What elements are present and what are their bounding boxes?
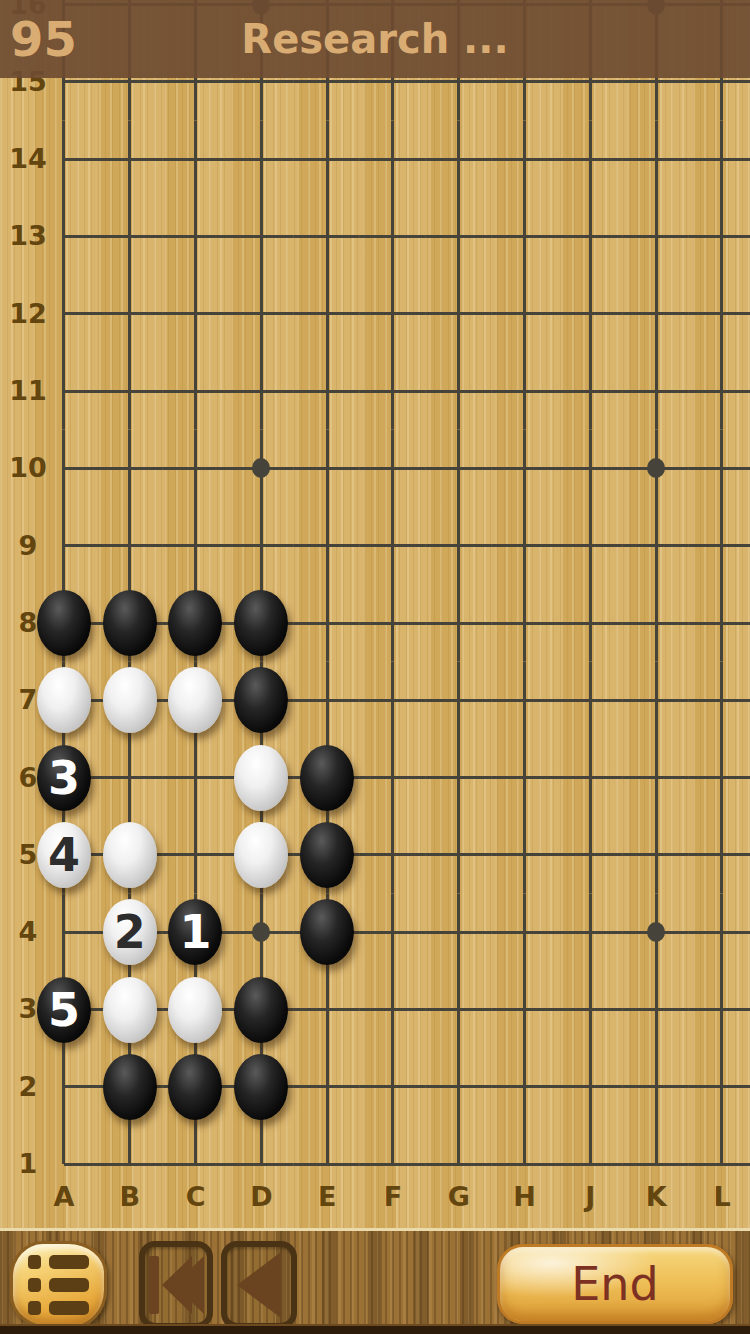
intersection-A8[interactable] xyxy=(31,584,97,661)
intersection-F8[interactable] xyxy=(360,584,426,661)
intersection-K13[interactable] xyxy=(623,198,689,275)
intersection-F10[interactable] xyxy=(360,430,426,507)
black-stone-D2 xyxy=(234,1054,288,1120)
intersection-A12[interactable] xyxy=(31,275,97,352)
black-stone-B8 xyxy=(103,590,157,656)
intersection-B9[interactable] xyxy=(97,507,163,584)
intersection-C2[interactable] xyxy=(163,1048,229,1125)
intersection-B1[interactable] xyxy=(97,1125,163,1202)
intersection-C3[interactable] xyxy=(163,971,229,1048)
intersection-C4[interactable]: 1 xyxy=(163,894,229,971)
intersection-D14[interactable] xyxy=(228,121,294,198)
white-stone-C7 xyxy=(168,667,222,733)
list-icon xyxy=(28,1255,89,1315)
black-stone-B2 xyxy=(103,1054,157,1120)
intersection-A11[interactable] xyxy=(31,352,97,429)
step-back-button[interactable] xyxy=(221,1241,297,1329)
intersection-A5[interactable]: 4 xyxy=(31,816,97,893)
intersection-H13[interactable] xyxy=(492,198,558,275)
intersection-F2[interactable] xyxy=(360,1048,426,1125)
intersection-D11[interactable] xyxy=(228,352,294,429)
intersection-K12[interactable] xyxy=(623,275,689,352)
intersection-J13[interactable] xyxy=(557,198,623,275)
intersection-L8[interactable] xyxy=(689,584,750,661)
intersection-C5[interactable] xyxy=(163,816,229,893)
intersection-L4[interactable] xyxy=(689,894,750,971)
intersection-J1[interactable] xyxy=(557,1125,623,1202)
intersection-L5[interactable] xyxy=(689,816,750,893)
intersection-K7[interactable] xyxy=(623,662,689,739)
intersection-F14[interactable] xyxy=(360,121,426,198)
intersection-D3[interactable] xyxy=(228,971,294,1048)
black-stone-E5 xyxy=(300,822,354,888)
intersection-G1[interactable] xyxy=(426,1125,492,1202)
problem-number: 95 xyxy=(10,0,77,78)
intersection-E6[interactable] xyxy=(294,739,360,816)
intersection-L3[interactable] xyxy=(689,971,750,1048)
intersection-J11[interactable] xyxy=(557,352,623,429)
intersection-C11[interactable] xyxy=(163,352,229,429)
intersection-F13[interactable] xyxy=(360,198,426,275)
intersection-J5[interactable] xyxy=(557,816,623,893)
intersection-K9[interactable] xyxy=(623,507,689,584)
intersection-E10[interactable] xyxy=(294,430,360,507)
intersection-D6[interactable] xyxy=(228,739,294,816)
black-stone-A6: 3 xyxy=(37,745,91,811)
intersection-E11[interactable] xyxy=(294,352,360,429)
intersection-L14[interactable] xyxy=(689,121,750,198)
black-stone-D7 xyxy=(234,667,288,733)
intersection-B3[interactable] xyxy=(97,971,163,1048)
intersection-L10[interactable] xyxy=(689,430,750,507)
intersection-G5[interactable] xyxy=(426,816,492,893)
end-button[interactable]: End xyxy=(497,1244,733,1324)
intersection-J3[interactable] xyxy=(557,971,623,1048)
intersection-E8[interactable] xyxy=(294,584,360,661)
intersection-H2[interactable] xyxy=(492,1048,558,1125)
intersection-D7[interactable] xyxy=(228,662,294,739)
intersection-A9[interactable] xyxy=(31,507,97,584)
intersection-A14[interactable] xyxy=(31,121,97,198)
intersection-D12[interactable] xyxy=(228,275,294,352)
page-title: Research ... xyxy=(241,16,508,62)
end-button-label: End xyxy=(571,1257,658,1311)
intersection-J10[interactable] xyxy=(557,430,623,507)
intersection-D2[interactable] xyxy=(228,1048,294,1125)
intersection-K11[interactable] xyxy=(623,352,689,429)
intersection-J14[interactable] xyxy=(557,121,623,198)
intersection-C8[interactable] xyxy=(163,584,229,661)
top-bar: 95 Research ... xyxy=(0,0,750,78)
intersection-F7[interactable] xyxy=(360,662,426,739)
intersection-L2[interactable] xyxy=(689,1048,750,1125)
intersection-G2[interactable] xyxy=(426,1048,492,1125)
intersection-H3[interactable] xyxy=(492,971,558,1048)
intersection-B8[interactable] xyxy=(97,584,163,661)
intersection-K1[interactable] xyxy=(623,1125,689,1202)
intersection-L12[interactable] xyxy=(689,275,750,352)
intersection-B5[interactable] xyxy=(97,816,163,893)
black-stone-C4: 1 xyxy=(168,899,222,965)
intersection-E1[interactable] xyxy=(294,1125,360,1202)
intersection-B14[interactable] xyxy=(97,121,163,198)
black-stone-A8 xyxy=(37,590,91,656)
black-stone-D3 xyxy=(234,977,288,1043)
intersection-H5[interactable] xyxy=(492,816,558,893)
intersection-G8[interactable] xyxy=(426,584,492,661)
step-back-icon xyxy=(237,1252,281,1318)
intersection-E5[interactable] xyxy=(294,816,360,893)
skip-to-start-button[interactable] xyxy=(139,1241,213,1329)
intersection-E2[interactable] xyxy=(294,1048,360,1125)
intersection-E13[interactable] xyxy=(294,198,360,275)
black-stone-E6 xyxy=(300,745,354,811)
intersection-B2[interactable] xyxy=(97,1048,163,1125)
intersection-H8[interactable] xyxy=(492,584,558,661)
black-stone-D8 xyxy=(234,590,288,656)
intersection-L1[interactable] xyxy=(689,1125,750,1202)
intersection-J4[interactable] xyxy=(557,894,623,971)
intersection-A1[interactable] xyxy=(31,1125,97,1202)
intersection-B13[interactable] xyxy=(97,198,163,275)
intersection-K5[interactable] xyxy=(623,816,689,893)
intersection-G7[interactable] xyxy=(426,662,492,739)
intersection-H6[interactable] xyxy=(492,739,558,816)
intersection-H11[interactable] xyxy=(492,352,558,429)
intersection-D4[interactable] xyxy=(228,894,294,971)
intersection-C9[interactable] xyxy=(163,507,229,584)
intersection-J7[interactable] xyxy=(557,662,623,739)
intersection-G3[interactable] xyxy=(426,971,492,1048)
skip-to-start-icon xyxy=(149,1256,204,1314)
go-board: 34215 xyxy=(31,0,750,1203)
intersection-A7[interactable] xyxy=(31,662,97,739)
intersection-C7[interactable] xyxy=(163,662,229,739)
intersection-F1[interactable] xyxy=(360,1125,426,1202)
intersection-F12[interactable] xyxy=(360,275,426,352)
intersection-H4[interactable] xyxy=(492,894,558,971)
intersection-F4[interactable] xyxy=(360,894,426,971)
intersection-B4[interactable]: 2 xyxy=(97,894,163,971)
menu-button[interactable] xyxy=(10,1241,107,1329)
white-stone-B7 xyxy=(103,667,157,733)
intersection-F5[interactable] xyxy=(360,816,426,893)
intersection-K8[interactable] xyxy=(623,584,689,661)
white-stone-D6 xyxy=(234,745,288,811)
intersection-F6[interactable] xyxy=(360,739,426,816)
intersection-C14[interactable] xyxy=(163,121,229,198)
intersection-K2[interactable] xyxy=(623,1048,689,1125)
intersection-L6[interactable] xyxy=(689,739,750,816)
intersection-H9[interactable] xyxy=(492,507,558,584)
intersection-L13[interactable] xyxy=(689,198,750,275)
intersection-B11[interactable] xyxy=(97,352,163,429)
intersection-G10[interactable] xyxy=(426,430,492,507)
intersection-A4[interactable] xyxy=(31,894,97,971)
intersection-G14[interactable] xyxy=(426,121,492,198)
intersection-G9[interactable] xyxy=(426,507,492,584)
intersection-D13[interactable] xyxy=(228,198,294,275)
white-stone-B5 xyxy=(103,822,157,888)
intersection-D8[interactable] xyxy=(228,584,294,661)
intersection-F11[interactable] xyxy=(360,352,426,429)
intersection-E3[interactable] xyxy=(294,971,360,1048)
intersection-G6[interactable] xyxy=(426,739,492,816)
intersection-G12[interactable] xyxy=(426,275,492,352)
black-stone-E4 xyxy=(300,899,354,965)
intersection-L11[interactable] xyxy=(689,352,750,429)
intersection-B7[interactable] xyxy=(97,662,163,739)
intersection-D10[interactable] xyxy=(228,430,294,507)
intersection-F3[interactable] xyxy=(360,971,426,1048)
intersection-C12[interactable] xyxy=(163,275,229,352)
intersection-A13[interactable] xyxy=(31,198,97,275)
intersection-H7[interactable] xyxy=(492,662,558,739)
intersection-K3[interactable] xyxy=(623,971,689,1048)
intersection-J8[interactable] xyxy=(557,584,623,661)
intersection-G4[interactable] xyxy=(426,894,492,971)
intersection-H10[interactable] xyxy=(492,430,558,507)
intersection-J12[interactable] xyxy=(557,275,623,352)
intersection-C13[interactable] xyxy=(163,198,229,275)
intersection-B12[interactable] xyxy=(97,275,163,352)
intersection-F9[interactable] xyxy=(360,507,426,584)
intersection-G11[interactable] xyxy=(426,352,492,429)
intersection-B6[interactable] xyxy=(97,739,163,816)
intersection-C6[interactable] xyxy=(163,739,229,816)
white-stone-C3 xyxy=(168,977,222,1043)
intersection-L7[interactable] xyxy=(689,662,750,739)
black-stone-C2 xyxy=(168,1054,222,1120)
intersection-A3[interactable]: 5 xyxy=(31,971,97,1048)
intersection-H12[interactable] xyxy=(492,275,558,352)
intersection-C10[interactable] xyxy=(163,430,229,507)
intersection-C1[interactable] xyxy=(163,1125,229,1202)
intersection-D5[interactable] xyxy=(228,816,294,893)
white-stone-B4: 2 xyxy=(103,899,157,965)
intersection-H14[interactable] xyxy=(492,121,558,198)
intersection-D1[interactable] xyxy=(228,1125,294,1202)
intersection-J6[interactable] xyxy=(557,739,623,816)
intersection-L9[interactable] xyxy=(689,507,750,584)
intersection-G13[interactable] xyxy=(426,198,492,275)
black-stone-C8 xyxy=(168,590,222,656)
intersection-E14[interactable] xyxy=(294,121,360,198)
white-stone-A5: 4 xyxy=(37,822,91,888)
intersection-K10[interactable] xyxy=(623,430,689,507)
intersection-H1[interactable] xyxy=(492,1125,558,1202)
intersection-A6[interactable]: 3 xyxy=(31,739,97,816)
intersection-A2[interactable] xyxy=(31,1048,97,1125)
white-stone-B3 xyxy=(103,977,157,1043)
intersection-J9[interactable] xyxy=(557,507,623,584)
intersection-A10[interactable] xyxy=(31,430,97,507)
intersection-K6[interactable] xyxy=(623,739,689,816)
intersection-B10[interactable] xyxy=(97,430,163,507)
intersection-E12[interactable] xyxy=(294,275,360,352)
intersection-K14[interactable] xyxy=(623,121,689,198)
white-stone-A7 xyxy=(37,667,91,733)
intersection-E7[interactable] xyxy=(294,662,360,739)
intersection-J2[interactable] xyxy=(557,1048,623,1125)
intersection-E4[interactable] xyxy=(294,894,360,971)
white-stone-D5 xyxy=(234,822,288,888)
intersection-D9[interactable] xyxy=(228,507,294,584)
intersection-K4[interactable] xyxy=(623,894,689,971)
bottom-toolbar: End xyxy=(0,1228,750,1334)
intersection-E9[interactable] xyxy=(294,507,360,584)
black-stone-A3: 5 xyxy=(37,977,91,1043)
